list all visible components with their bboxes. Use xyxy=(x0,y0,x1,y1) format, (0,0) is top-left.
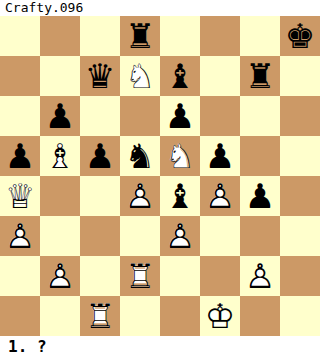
square-b8[interactable] xyxy=(40,16,80,56)
piece-black-rook: ♜ xyxy=(120,16,160,56)
square-h4[interactable] xyxy=(280,176,320,216)
square-e7[interactable]: ♝ xyxy=(160,56,200,96)
piece-white-knight: ♞♘ xyxy=(120,56,160,96)
piece-black-pawn: ♟ xyxy=(200,136,240,176)
square-f4[interactable]: ♟♙ xyxy=(200,176,240,216)
square-g8[interactable] xyxy=(240,16,280,56)
piece-black-pawn: ♟ xyxy=(240,176,280,216)
square-b7[interactable] xyxy=(40,56,80,96)
square-c4[interactable] xyxy=(80,176,120,216)
square-h3[interactable] xyxy=(280,216,320,256)
square-c7[interactable]: ♛ xyxy=(80,56,120,96)
piece-black-bishop: ♝ xyxy=(160,176,200,216)
square-g1[interactable] xyxy=(240,296,280,336)
square-h8[interactable]: ♚ xyxy=(280,16,320,56)
square-f7[interactable] xyxy=(200,56,240,96)
square-c3[interactable] xyxy=(80,216,120,256)
square-g2[interactable]: ♟♙ xyxy=(240,256,280,296)
square-c5[interactable]: ♟ xyxy=(80,136,120,176)
square-f8[interactable] xyxy=(200,16,240,56)
square-b4[interactable] xyxy=(40,176,80,216)
square-e6[interactable]: ♟ xyxy=(160,96,200,136)
square-a6[interactable] xyxy=(0,96,40,136)
square-c8[interactable] xyxy=(80,16,120,56)
square-h2[interactable] xyxy=(280,256,320,296)
piece-black-bishop: ♝ xyxy=(160,56,200,96)
square-b3[interactable] xyxy=(40,216,80,256)
square-d1[interactable] xyxy=(120,296,160,336)
window-title: Crafty.096 xyxy=(0,0,320,16)
square-g3[interactable] xyxy=(240,216,280,256)
square-g7[interactable]: ♜ xyxy=(240,56,280,96)
square-a5[interactable]: ♟ xyxy=(0,136,40,176)
square-h7[interactable] xyxy=(280,56,320,96)
square-e1[interactable] xyxy=(160,296,200,336)
square-g6[interactable] xyxy=(240,96,280,136)
square-f6[interactable] xyxy=(200,96,240,136)
piece-black-pawn: ♟ xyxy=(40,96,80,136)
piece-black-pawn: ♟ xyxy=(80,136,120,176)
square-e5[interactable]: ♞♘ xyxy=(160,136,200,176)
square-h6[interactable] xyxy=(280,96,320,136)
square-a4[interactable]: ♛♕ xyxy=(0,176,40,216)
square-c2[interactable] xyxy=(80,256,120,296)
square-f2[interactable] xyxy=(200,256,240,296)
piece-white-rook: ♜♖ xyxy=(80,296,120,336)
piece-black-knight: ♞ xyxy=(120,136,160,176)
piece-white-pawn: ♟♙ xyxy=(160,216,200,256)
piece-black-queen: ♛ xyxy=(80,56,120,96)
square-a2[interactable] xyxy=(0,256,40,296)
square-a8[interactable] xyxy=(0,16,40,56)
piece-white-pawn: ♟♙ xyxy=(200,176,240,216)
square-a1[interactable] xyxy=(0,296,40,336)
square-d8[interactable]: ♜ xyxy=(120,16,160,56)
square-d3[interactable] xyxy=(120,216,160,256)
piece-white-queen: ♛♕ xyxy=(0,176,40,216)
square-f1[interactable]: ♚♔ xyxy=(200,296,240,336)
chess-board: ♜♚♛♞♘♝♜♟♟♟♝♗♟♞♞♘♟♛♕♟♙♝♟♙♟♟♙♟♙♟♙♜♖♟♙♜♖♚♔ xyxy=(0,16,320,336)
square-b6[interactable]: ♟ xyxy=(40,96,80,136)
square-b1[interactable] xyxy=(40,296,80,336)
square-f3[interactable] xyxy=(200,216,240,256)
square-e8[interactable] xyxy=(160,16,200,56)
square-c6[interactable] xyxy=(80,96,120,136)
piece-white-pawn: ♟♙ xyxy=(120,176,160,216)
square-h1[interactable] xyxy=(280,296,320,336)
square-a3[interactable]: ♟♙ xyxy=(0,216,40,256)
move-prompt: 1. ? xyxy=(0,336,320,360)
piece-white-pawn: ♟♙ xyxy=(240,256,280,296)
square-e3[interactable]: ♟♙ xyxy=(160,216,200,256)
square-a7[interactable] xyxy=(0,56,40,96)
piece-black-pawn: ♟ xyxy=(160,96,200,136)
square-e2[interactable] xyxy=(160,256,200,296)
piece-white-pawn: ♟♙ xyxy=(0,216,40,256)
square-d7[interactable]: ♞♘ xyxy=(120,56,160,96)
square-g5[interactable] xyxy=(240,136,280,176)
piece-white-bishop: ♝♗ xyxy=(40,136,80,176)
piece-white-knight: ♞♘ xyxy=(160,136,200,176)
square-g4[interactable]: ♟ xyxy=(240,176,280,216)
square-e4[interactable]: ♝ xyxy=(160,176,200,216)
piece-white-rook: ♜♖ xyxy=(120,256,160,296)
square-f5[interactable]: ♟ xyxy=(200,136,240,176)
piece-black-pawn: ♟ xyxy=(0,136,40,176)
square-b5[interactable]: ♝♗ xyxy=(40,136,80,176)
square-d2[interactable]: ♜♖ xyxy=(120,256,160,296)
square-d6[interactable] xyxy=(120,96,160,136)
square-b2[interactable]: ♟♙ xyxy=(40,256,80,296)
square-d5[interactable]: ♞ xyxy=(120,136,160,176)
piece-white-king: ♚♔ xyxy=(200,296,240,336)
piece-black-king: ♚ xyxy=(280,16,320,56)
square-c1[interactable]: ♜♖ xyxy=(80,296,120,336)
square-d4[interactable]: ♟♙ xyxy=(120,176,160,216)
piece-white-pawn: ♟♙ xyxy=(40,256,80,296)
piece-black-rook: ♜ xyxy=(240,56,280,96)
square-h5[interactable] xyxy=(280,136,320,176)
